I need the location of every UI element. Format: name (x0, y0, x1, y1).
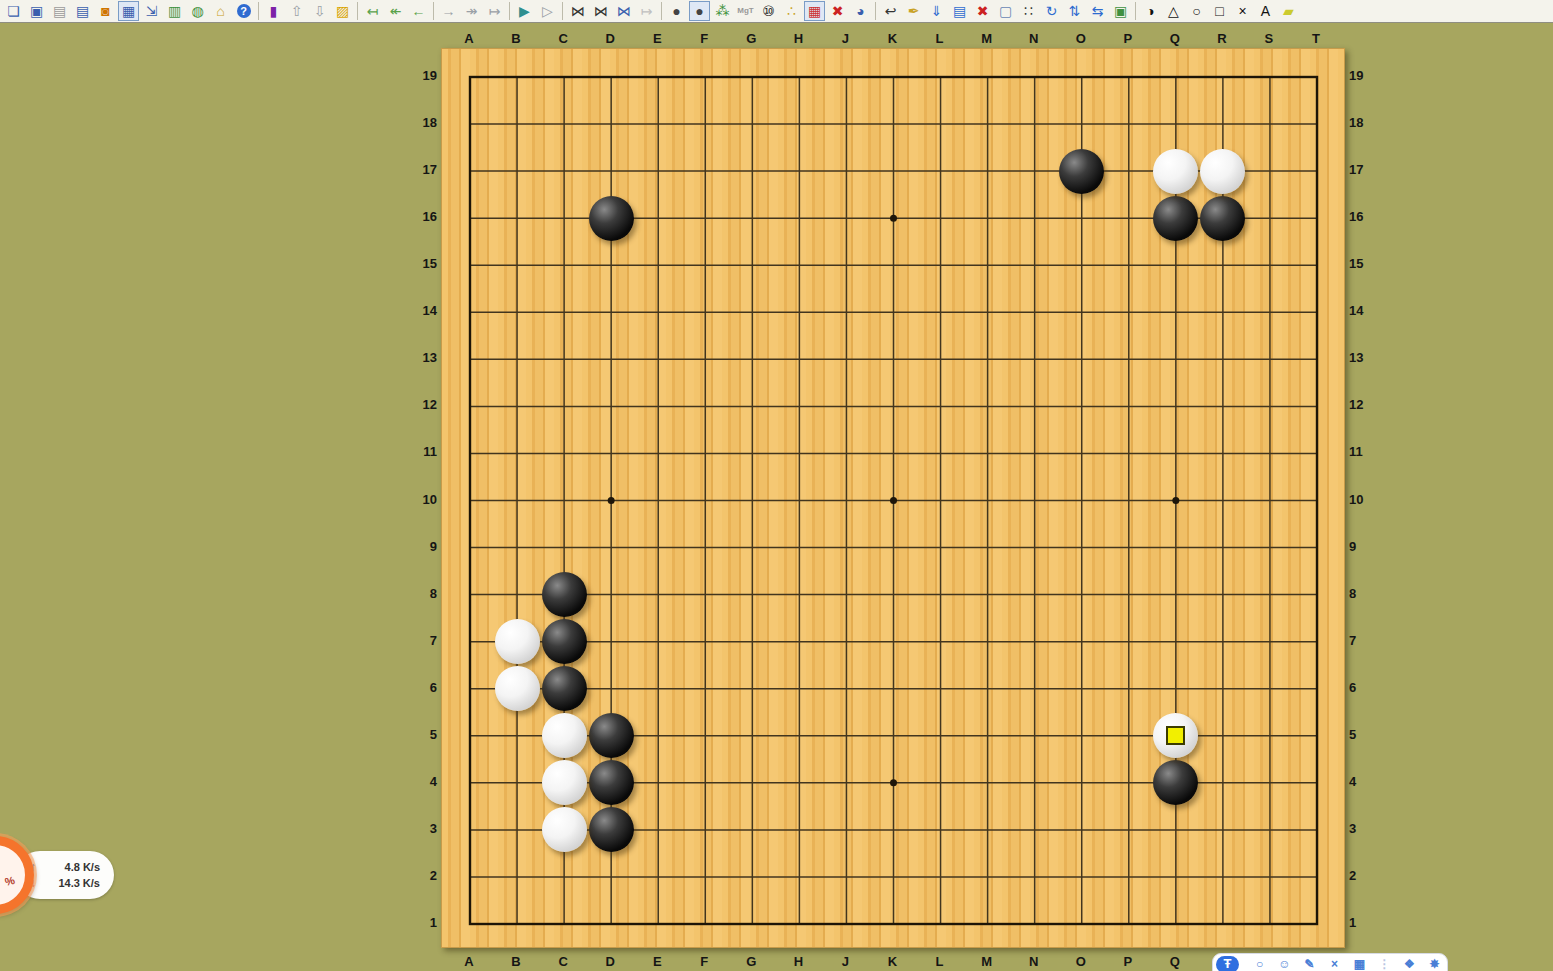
home-icon[interactable]: ⌂ (210, 1, 231, 21)
row-label-left-16: 16 (401, 209, 437, 224)
row-label-left-17: 17 (401, 162, 437, 177)
toolbar-group: ⋈⋈⋈↦ (566, 1, 658, 21)
row-label-left-18: 18 (401, 115, 437, 130)
toolbar-group: ❏▣▤▤◙▦⇲▥◍⌂? (2, 1, 255, 21)
toolbar-group: →↠↦ (437, 1, 506, 21)
move-numbers-icon[interactable]: ⑩ (758, 1, 779, 21)
skin-icon[interactable]: ❖ (1397, 955, 1422, 971)
toolbar: ❏▣▤▤◙▦⇲▥◍⌂?▮⇧⇩▨↤↞←→↠↦▶▷⋈⋈⋈↦●●⁂MgT⑩∴▦✖◕↩✒… (0, 0, 1553, 23)
col-label-top-F: F (694, 31, 714, 46)
toolbar-separator (661, 2, 662, 20)
select-rect-icon[interactable]: ▢ (995, 1, 1016, 21)
edit-move-icon[interactable]: ● (689, 1, 710, 21)
toolbar-separator (562, 2, 563, 20)
variation-main-icon[interactable]: ⋈ (613, 1, 634, 21)
row-label-left-9: 9 (401, 539, 437, 554)
row-label-right-1: 1 (1349, 915, 1379, 930)
ime-toolbar[interactable]: Ŧ ○☺✎×▦⋮❖✸ (1212, 953, 1448, 971)
play-variation-icon[interactable]: ▶ (514, 1, 535, 21)
col-label-top-H: H (788, 31, 808, 46)
eraser-icon[interactable]: ▰ (1278, 1, 1299, 21)
col-label-bottom-M: M (977, 954, 997, 969)
move-tool-icon[interactable]: ∷ (1018, 1, 1039, 21)
col-label-top-Q: Q (1165, 31, 1185, 46)
white-stone-C4[interactable] (542, 760, 587, 805)
next-file-icon[interactable]: ⇩ (309, 1, 330, 21)
col-label-top-N: N (1024, 31, 1044, 46)
col-label-top-E: E (647, 31, 667, 46)
toolbar-separator (875, 2, 876, 20)
row-label-left-6: 6 (401, 680, 437, 695)
white-stone-Q17[interactable] (1153, 149, 1198, 194)
toolbar-separator (433, 2, 434, 20)
close-icon[interactable]: × (1322, 955, 1347, 971)
mgt-format-icon[interactable]: MgT (735, 1, 756, 21)
row-label-right-10: 10 (1349, 492, 1379, 507)
upload-speed-value: 4.8 K/s (44, 861, 100, 873)
black-stone-D16[interactable] (589, 196, 634, 241)
row-label-right-8: 8 (1349, 586, 1379, 601)
mark-letter-icon[interactable]: A (1255, 1, 1276, 21)
settings-icon[interactable]: ✸ (1422, 955, 1447, 971)
nav-last-icon[interactable]: ↦ (484, 1, 505, 21)
col-label-bottom-N: N (1024, 954, 1044, 969)
grid-edit-icon[interactable]: ▦ (804, 1, 825, 21)
row-label-left-13: 13 (401, 350, 437, 365)
row-label-right-11: 11 (1349, 444, 1379, 459)
col-label-top-G: G (741, 31, 761, 46)
new-board-icon[interactable]: ❏ (3, 1, 24, 21)
toolbar-group: ↩✒⇓▤✖▢∷↻⇅⇆▣ (879, 1, 1132, 21)
toolbar-group: ◑△○□×A▰ (1139, 1, 1300, 21)
goban[interactable] (441, 48, 1345, 948)
print-icon[interactable]: ▤ (49, 1, 70, 21)
white-stone-C3[interactable] (542, 807, 587, 852)
keyboard-icon[interactable]: ▦ (1347, 955, 1372, 971)
row-label-right-9: 9 (1349, 539, 1379, 554)
row-label-left-8: 8 (401, 586, 437, 601)
row-label-left-14: 14 (401, 303, 437, 318)
options-icon[interactable]: ◙ (95, 1, 116, 21)
upload-speed-row: ↑ 4.8 K/s (30, 860, 114, 874)
emoji-icon[interactable]: ☺ (1272, 955, 1297, 971)
col-label-top-B: B (506, 31, 526, 46)
col-label-top-L: L (930, 31, 950, 46)
toolbar-group: ▮⇧⇩▨ (262, 1, 354, 21)
ime-icon-strip: ○☺✎×▦⋮❖✸ (1247, 955, 1447, 971)
col-label-top-R: R (1212, 31, 1232, 46)
black-stone-Q16[interactable] (1153, 196, 1198, 241)
row-label-left-10: 10 (401, 492, 437, 507)
delete-moves-icon[interactable]: ✖ (827, 1, 848, 21)
clipboard-icon[interactable]: ▤ (949, 1, 970, 21)
row-label-right-7: 7 (1349, 633, 1379, 648)
row-label-left-5: 5 (401, 727, 437, 742)
col-label-bottom-C: C (553, 954, 573, 969)
row-label-right-6: 6 (1349, 680, 1379, 695)
row-label-right-5: 5 (1349, 727, 1379, 742)
black-stone-R16[interactable] (1200, 196, 1245, 241)
toolbar-group: ▶▷ (513, 1, 559, 21)
toolbar-separator (258, 2, 259, 20)
col-label-bottom-G: G (741, 954, 761, 969)
row-label-left-7: 7 (401, 633, 437, 648)
black-stone-D4[interactable] (589, 760, 634, 805)
web-db-icon[interactable]: ◍ (187, 1, 208, 21)
row-label-left-1: 1 (401, 915, 437, 930)
col-label-bottom-O: O (1071, 954, 1091, 969)
alternate-moves-icon[interactable]: ∴ (781, 1, 802, 21)
row-label-left-12: 12 (401, 397, 437, 412)
white-stone-B7[interactable] (495, 619, 540, 664)
more-dots-icon[interactable]: ⋮ (1372, 955, 1397, 971)
col-label-bottom-A: A (459, 954, 479, 969)
delete-icon[interactable]: ✖ (972, 1, 993, 21)
col-label-top-P: P (1118, 31, 1138, 46)
voice-icon[interactable]: ○ (1247, 955, 1272, 971)
save-icon[interactable]: ▣ (26, 1, 47, 21)
upload-db-icon[interactable]: ▥ (164, 1, 185, 21)
hand-tool-icon[interactable]: ✒ (903, 1, 924, 21)
col-label-top-D: D (600, 31, 620, 46)
white-stone-R17[interactable] (1200, 149, 1245, 194)
col-label-top-O: O (1071, 31, 1091, 46)
row-label-right-2: 2 (1349, 868, 1379, 883)
app-window: ❏▣▤▤◙▦⇲▥◍⌂?▮⇧⇩▨↤↞←→↠↦▶▷⋈⋈⋈↦●●⁂MgT⑩∴▦✖◕↩✒… (0, 0, 1553, 971)
col-label-top-J: J (835, 31, 855, 46)
mark-stone-icon[interactable]: ◑ (1140, 1, 1161, 21)
row-label-right-14: 14 (1349, 303, 1379, 318)
pen-icon[interactable]: ✎ (1297, 955, 1322, 971)
col-label-bottom-F: F (694, 954, 714, 969)
row-label-right-18: 18 (1349, 115, 1379, 130)
pass-icon[interactable]: ↩ (880, 1, 901, 21)
rotate-icon[interactable]: ↻ (1041, 1, 1062, 21)
download-speed-value: 14.3 K/s (44, 877, 100, 889)
row-label-left-11: 11 (401, 444, 437, 459)
row-label-right-17: 17 (1349, 162, 1379, 177)
row-label-right-3: 3 (1349, 821, 1379, 836)
row-label-right-15: 15 (1349, 256, 1379, 271)
col-label-bottom-E: E (647, 954, 667, 969)
download-icon[interactable]: ⇓ (926, 1, 947, 21)
black-stone-D5[interactable] (589, 713, 634, 758)
row-label-left-2: 2 (401, 868, 437, 883)
star-point (1172, 497, 1179, 504)
play-icon[interactable]: ▷ (537, 1, 558, 21)
board-view-icon[interactable]: ▦ (118, 1, 139, 21)
row-label-left-15: 15 (401, 256, 437, 271)
nav-forward-icon[interactable]: → (438, 1, 459, 21)
mark-circle-icon[interactable]: ○ (1186, 1, 1207, 21)
col-label-bottom-L: L (930, 954, 950, 969)
row-label-right-4: 4 (1349, 774, 1379, 789)
col-label-top-A: A (459, 31, 479, 46)
toolbar-group: ●●⁂MgT⑩∴▦✖◕ (665, 1, 872, 21)
col-label-bottom-P: P (1118, 954, 1138, 969)
col-label-bottom-D: D (600, 954, 620, 969)
col-label-bottom-K: K (883, 954, 903, 969)
black-stone-C8[interactable] (542, 572, 587, 617)
flip-vertical-icon[interactable]: ⇅ (1064, 1, 1085, 21)
star-point (890, 497, 897, 504)
last-move-marker (1166, 726, 1185, 745)
row-label-right-16: 16 (1349, 209, 1379, 224)
mark-square-icon[interactable]: □ (1209, 1, 1230, 21)
try-moves-icon[interactable]: ⁂ (712, 1, 733, 21)
star-point (608, 497, 615, 504)
usage-gauge[interactable]: % (0, 836, 34, 914)
nav-fast-forward-icon[interactable]: ↠ (461, 1, 482, 21)
col-label-top-S: S (1259, 31, 1279, 46)
open-folder-icon[interactable]: ▨ (332, 1, 353, 21)
nav-first-icon[interactable]: ↤ (362, 1, 383, 21)
nav-fast-back-icon[interactable]: ↞ (385, 1, 406, 21)
col-label-bottom-J: J (835, 954, 855, 969)
zoom-board-icon[interactable]: ⇲ (141, 1, 162, 21)
star-point (890, 779, 897, 786)
col-label-bottom-B: B (506, 954, 526, 969)
flip-horizontal-icon[interactable]: ⇆ (1087, 1, 1108, 21)
row-label-left-19: 19 (401, 68, 437, 83)
toolbar-separator (1135, 2, 1136, 20)
setup-stone-icon[interactable]: ● (666, 1, 687, 21)
col-label-top-K: K (883, 31, 903, 46)
mark-triangle-icon[interactable]: △ (1163, 1, 1184, 21)
mark-x-icon[interactable]: × (1232, 1, 1253, 21)
col-label-top-M: M (977, 31, 997, 46)
col-label-bottom-Q: Q (1165, 954, 1185, 969)
black-stone-D3[interactable] (589, 807, 634, 852)
toolbar-separator (509, 2, 510, 20)
variation-end-icon[interactable]: ↦ (636, 1, 657, 21)
row-label-right-13: 13 (1349, 350, 1379, 365)
col-label-top-T: T (1306, 31, 1326, 46)
ime-logo-icon[interactable]: Ŧ (1216, 956, 1239, 971)
prev-file-icon[interactable]: ⇧ (286, 1, 307, 21)
col-label-bottom-H: H (788, 954, 808, 969)
black-stone-C7[interactable] (542, 619, 587, 664)
toolbar-group: ↤↞← (361, 1, 430, 21)
col-label-top-C: C (553, 31, 573, 46)
black-stone-O17[interactable] (1059, 149, 1104, 194)
row-label-left-3: 3 (401, 821, 437, 836)
row-label-right-12: 12 (1349, 397, 1379, 412)
help-icon[interactable]: ? (233, 1, 254, 21)
variation-next-icon[interactable]: ⋈ (590, 1, 611, 21)
white-stone-C5[interactable] (542, 713, 587, 758)
star-point (890, 215, 897, 222)
toolbar-separator (357, 2, 358, 20)
row-label-left-4: 4 (401, 774, 437, 789)
book-icon[interactable]: ▮ (263, 1, 284, 21)
row-label-right-19: 19 (1349, 68, 1379, 83)
white-stone-B6[interactable] (495, 666, 540, 711)
black-stone-C6[interactable] (542, 666, 587, 711)
nav-back-icon[interactable]: ← (408, 1, 429, 21)
sphere-tool-icon[interactable]: ◕ (850, 1, 871, 21)
download-speed-row: ↓ 14.3 K/s (30, 876, 114, 890)
gauge-percent-label: % (4, 874, 16, 888)
board-image-icon[interactable]: ▣ (1110, 1, 1131, 21)
variation-prev-icon[interactable]: ⋈ (567, 1, 588, 21)
game-info-icon[interactable]: ▤ (72, 1, 93, 21)
